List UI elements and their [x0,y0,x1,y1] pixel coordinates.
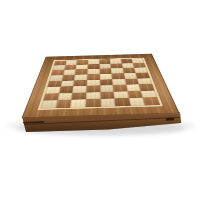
square-h7 [133,63,146,68]
square-b1 [55,100,71,108]
square-f1 [114,98,130,106]
chess-board [22,54,180,118]
square-g8 [121,59,133,64]
product-photo-scene [0,0,200,200]
square-d1 [85,99,100,107]
board-frame [22,54,180,118]
square-e1 [100,99,115,107]
square-g2 [127,91,143,98]
hinge-slot-left [23,122,44,123]
square-b3 [59,86,74,93]
square-h5 [136,73,150,79]
square-e3 [100,85,114,92]
squares-grid [38,58,163,110]
square-a5 [49,75,63,81]
square-d7 [87,64,99,69]
square-c6 [75,69,87,75]
square-c1 [70,100,85,108]
square-f3 [113,85,127,92]
square-e7 [99,64,111,69]
square-d5 [87,74,100,80]
square-h1 [143,97,160,105]
square-b7 [64,65,76,70]
